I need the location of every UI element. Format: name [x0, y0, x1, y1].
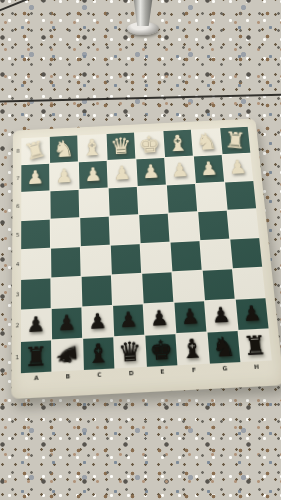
piece-white-pawn-d7: ♟	[108, 159, 137, 187]
square-e2: ♟	[144, 302, 176, 334]
square-d1: ♛	[114, 335, 146, 368]
square-a8: ♜	[21, 136, 49, 163]
piece-white-pawn-e7: ♟	[136, 157, 165, 185]
square-d7: ♟	[108, 159, 137, 187]
file-label-f: F	[191, 365, 196, 374]
piece-black-pawn-g2: ♟	[205, 299, 237, 331]
square-a1: ♜	[21, 340, 51, 373]
square-c5	[80, 216, 110, 245]
square-g2: ♟	[205, 299, 237, 331]
chess-board: ♜♞♝♛♚♝♞♜♟♟♟♟♟♟♟♟♟♟♟♟♟♟♟♟♜♞♝♛♚♝♞♜	[21, 126, 272, 372]
file-label-d: D	[128, 368, 133, 377]
square-e8: ♚	[135, 131, 164, 158]
square-f4	[171, 241, 202, 271]
mat-area: 87654321 ♜♞♝♛♚♝♞♜♟♟♟♟♟♟♟♟♟♟♟♟♟♟♟♟♜♞♝♛♚♝♞…	[0, 100, 281, 400]
piece-black-rook-h1: ♜	[239, 329, 272, 362]
piece-white-pawn-c7: ♟	[79, 160, 108, 188]
piece-black-queen-d1: ♛	[114, 335, 146, 368]
square-g4	[200, 239, 231, 269]
piece-white-bishop-c8: ♝	[78, 134, 106, 161]
piece-black-king-e1: ♚	[145, 334, 177, 367]
piece-black-bishop-f1: ♝	[176, 332, 208, 365]
piece-white-king-e8: ♚	[135, 131, 164, 158]
piece-black-pawn-f2: ♟	[174, 301, 206, 333]
piece-white-pawn-h7: ♟	[223, 153, 254, 181]
square-d2: ♟	[113, 304, 144, 336]
floor-corner-joint-line	[0, 0, 33, 14]
square-f8: ♝	[163, 129, 192, 156]
file-label-b: B	[66, 371, 71, 380]
square-c6	[80, 188, 109, 217]
rank-labels: 87654321	[11, 138, 21, 373]
piece-white-pawn-a7: ♟	[21, 163, 49, 191]
square-b5	[51, 218, 80, 247]
square-d3	[112, 273, 143, 304]
square-f3	[172, 270, 204, 301]
square-a7: ♟	[21, 163, 49, 191]
chess-mat: 87654321 ♜♞♝♛♚♝♞♜♟♟♟♟♟♟♟♟♟♟♟♟♟♟♟♟♜♞♝♛♚♝♞…	[11, 118, 281, 399]
square-f6	[167, 184, 197, 213]
square-a6	[21, 191, 49, 220]
piece-white-knight-b8: ♞	[50, 135, 78, 162]
photo-scene: 87654321 ♜♞♝♛♚♝♞♜♟♟♟♟♟♟♟♟♟♟♟♟♟♟♟♟♜♞♝♛♚♝♞…	[0, 0, 281, 500]
piece-black-bishop-c1: ♝	[83, 337, 114, 370]
piece-white-rook-h8: ♜	[221, 126, 250, 154]
square-b7: ♟	[50, 162, 78, 190]
file-label-a: A	[34, 373, 39, 382]
piece-black-rook-a1: ♜	[21, 340, 51, 373]
square-g3	[203, 269, 235, 300]
rank-label-6: 6	[16, 203, 21, 209]
piece-white-pawn-g7: ♟	[194, 155, 224, 183]
square-g5	[198, 210, 229, 239]
square-c2: ♟	[82, 305, 113, 337]
piece-white-bishop-f8: ♝	[163, 129, 192, 156]
square-e7: ♟	[136, 157, 165, 185]
square-h5	[228, 209, 259, 238]
square-h7: ♟	[223, 153, 254, 181]
rank-label-3: 3	[15, 291, 20, 297]
piece-black-pawn-c2: ♟	[82, 305, 113, 337]
piece-black-pawn-e2: ♟	[144, 302, 176, 334]
square-b1: ♞	[52, 338, 83, 371]
square-c8: ♝	[78, 134, 106, 161]
square-a2: ♟	[21, 309, 51, 341]
square-e5	[139, 213, 169, 242]
square-h3	[233, 267, 265, 298]
square-e4	[141, 242, 172, 272]
metal-table-leg	[126, 0, 160, 40]
square-e1: ♚	[145, 334, 177, 367]
square-h8: ♜	[220, 126, 250, 153]
square-e6	[138, 185, 168, 214]
piece-black-pawn-h2: ♟	[236, 298, 269, 330]
rank-label-7: 7	[16, 176, 21, 181]
square-f5	[169, 212, 200, 241]
piece-black-pawn-b2: ♟	[52, 307, 82, 339]
square-c1: ♝	[83, 337, 114, 370]
file-label-e: E	[160, 367, 165, 376]
square-b8: ♞	[50, 135, 78, 162]
piece-white-pawn-b7: ♟	[50, 162, 78, 190]
square-h4	[230, 238, 262, 268]
piece-black-knight-b1: ♞	[51, 337, 84, 372]
rank-label-5: 5	[15, 232, 20, 238]
piece-black-knight-g1: ♞	[208, 331, 241, 364]
file-label-g: G	[222, 363, 228, 372]
square-h6	[225, 181, 256, 210]
square-b2: ♟	[52, 307, 82, 339]
piece-white-pawn-f7: ♟	[165, 156, 195, 184]
piece-white-rook-a8: ♜	[19, 134, 52, 166]
square-d4	[111, 244, 141, 274]
square-g7: ♟	[194, 155, 224, 183]
piece-black-pawn-d2: ♟	[113, 304, 144, 336]
square-a4	[21, 248, 50, 278]
square-c7: ♟	[79, 160, 108, 188]
rank-label-2: 2	[15, 322, 20, 328]
square-g6	[196, 182, 227, 211]
square-f2: ♟	[174, 301, 206, 333]
square-c4	[81, 245, 111, 275]
square-b6	[50, 189, 79, 218]
file-label-h: H	[254, 362, 260, 371]
square-d8: ♛	[107, 132, 136, 159]
square-d5	[110, 215, 140, 244]
square-b4	[51, 247, 81, 277]
square-h2: ♟	[236, 298, 269, 330]
square-c3	[82, 275, 112, 306]
square-f1: ♝	[176, 332, 208, 365]
square-a5	[21, 219, 50, 249]
square-e3	[142, 272, 173, 303]
file-label-c: C	[97, 370, 102, 379]
square-d6	[109, 186, 139, 215]
square-g8: ♞	[192, 128, 222, 155]
piece-black-pawn-a2: ♟	[21, 309, 51, 341]
rank-label-1: 1	[15, 354, 20, 360]
square-f7: ♟	[165, 156, 195, 184]
square-b3	[51, 276, 81, 307]
square-h1: ♜	[239, 329, 272, 362]
square-g1: ♞	[208, 331, 241, 364]
piece-white-queen-d8: ♛	[107, 132, 136, 159]
rank-label-4: 4	[15, 261, 20, 267]
square-a3	[21, 278, 51, 309]
piece-white-knight-g8: ♞	[192, 128, 222, 155]
